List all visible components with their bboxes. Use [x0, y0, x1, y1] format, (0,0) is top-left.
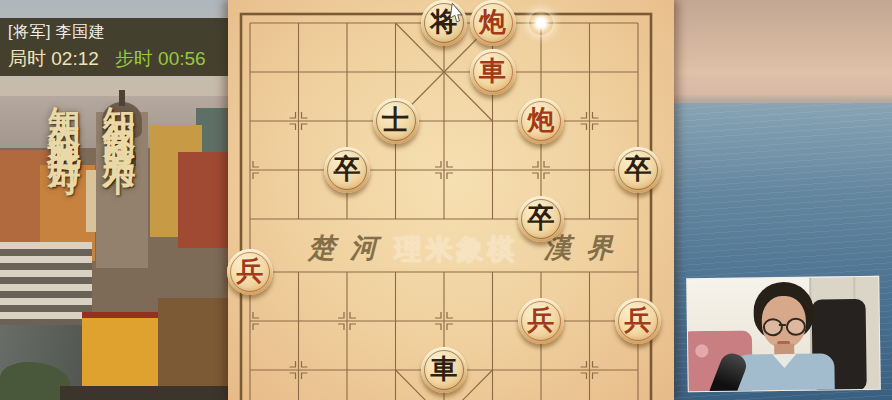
piece-glyph: 卒	[334, 151, 361, 187]
piece-red-兵[interactable]: 兵	[227, 249, 273, 295]
piece-glyph: 兵	[625, 302, 652, 338]
player-name: 李国建	[56, 23, 106, 40]
clock-line: 局时 02:12 步时 00:56	[8, 46, 221, 72]
piece-glyph: 卒	[528, 200, 555, 236]
move-highlight	[529, 11, 553, 35]
piece-glyph: 炮	[479, 4, 506, 40]
piece-black-卒[interactable]: 卒	[518, 196, 564, 242]
piece-red-兵[interactable]: 兵	[518, 298, 564, 344]
board-grid	[228, 0, 674, 400]
piece-red-車[interactable]: 車	[470, 49, 516, 95]
piece-glyph: 車	[431, 351, 458, 387]
xiangqi-board[interactable]: 楚河 理米象棋 漢界 将炮車士炮卒卒卒兵兵兵車	[228, 0, 674, 400]
watermark: 理米象棋	[394, 231, 518, 269]
left-video-panel: [将军] 李国建 局时 02:12 步时 00:56 知彼知己胜乃不 知天知地胜…	[0, 0, 228, 400]
piece-glyph: 兵	[528, 302, 555, 338]
piece-glyph: 炮	[528, 102, 555, 138]
stream-frame: [将军] 李国建 局时 02:12 步时 00:56 知彼知己胜乃不 知天知地胜…	[0, 0, 892, 400]
status-overlay: [将军] 李国建 局时 02:12 步时 00:56	[0, 18, 228, 76]
scenery-building	[178, 152, 228, 248]
mouse-cursor-icon	[450, 3, 465, 24]
scenery-brown-house	[158, 298, 228, 400]
piece-black-卒[interactable]: 卒	[324, 147, 370, 193]
check-badge: [将军]	[8, 23, 51, 40]
caption-right-column: 知彼知己胜乃不	[96, 80, 141, 400]
glasses-bridge	[779, 324, 786, 326]
piece-glyph: 士	[382, 102, 409, 138]
player-line: [将军] 李国建	[8, 22, 221, 43]
caption-left-column: 知天知地胜乃可	[41, 80, 86, 400]
move-clock: 步时 00:56	[115, 46, 206, 72]
river-label-chu: 楚河	[308, 230, 392, 266]
piece-black-卒[interactable]: 卒	[615, 147, 661, 193]
piece-red-炮[interactable]: 炮	[470, 0, 516, 46]
piece-black-車[interactable]: 車	[421, 347, 467, 393]
sunset-sky	[674, 0, 892, 104]
piece-red-炮[interactable]: 炮	[518, 98, 564, 144]
piece-red-兵[interactable]: 兵	[615, 298, 661, 344]
game-clock: 局时 02:12	[8, 46, 99, 72]
piece-black-士[interactable]: 士	[373, 98, 419, 144]
piece-glyph: 車	[479, 53, 506, 89]
piece-glyph: 兵	[237, 253, 264, 289]
webcam-overlay	[686, 276, 881, 393]
piece-glyph: 卒	[625, 151, 652, 187]
